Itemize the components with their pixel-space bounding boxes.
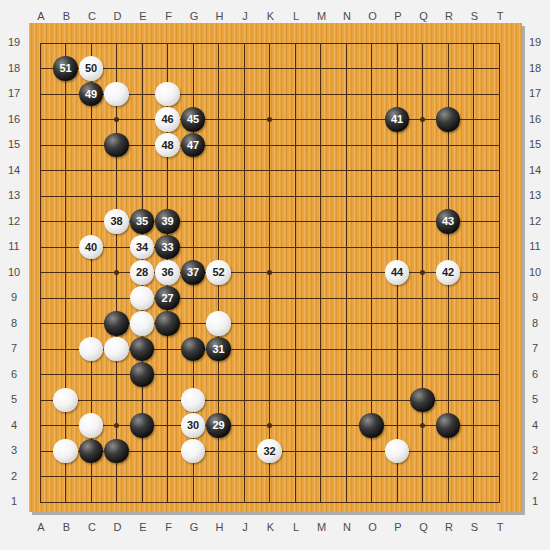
intersection-P15[interactable] [384,132,410,158]
intersection-R1[interactable] [435,489,461,515]
intersection-Q10[interactable] [410,260,436,286]
intersection-B3[interactable] [53,438,79,464]
intersection-K19[interactable] [257,30,283,56]
intersection-C13[interactable] [78,183,104,209]
intersection-L6[interactable] [282,362,308,388]
intersection-R11[interactable] [435,234,461,260]
intersection-N9[interactable] [333,285,359,311]
intersection-N2[interactable] [333,464,359,490]
intersection-M9[interactable] [308,285,334,311]
intersection-T3[interactable] [486,438,512,464]
intersection-F11[interactable]: 33 [155,234,181,260]
intersection-T2[interactable] [486,464,512,490]
intersection-K6[interactable] [257,362,283,388]
intersection-F5[interactable] [155,387,181,413]
intersection-D4[interactable] [104,413,130,439]
go-board[interactable]: 5150494645414847383539434034332836375244… [29,23,522,512]
intersection-Q15[interactable] [410,132,436,158]
intersection-H12[interactable] [206,209,232,235]
intersection-A12[interactable] [27,209,53,235]
intersection-F2[interactable] [155,464,181,490]
intersection-K15[interactable] [257,132,283,158]
intersection-E3[interactable] [129,438,155,464]
intersection-D18[interactable] [104,56,130,82]
intersection-J13[interactable] [231,183,257,209]
intersection-N3[interactable] [333,438,359,464]
intersection-Q11[interactable] [410,234,436,260]
intersection-D7[interactable] [104,336,130,362]
intersection-H15[interactable] [206,132,232,158]
intersection-M3[interactable] [308,438,334,464]
intersection-J8[interactable] [231,311,257,337]
intersection-J4[interactable] [231,413,257,439]
intersection-M19[interactable] [308,30,334,56]
intersection-O19[interactable] [359,30,385,56]
intersection-R15[interactable] [435,132,461,158]
intersection-G9[interactable] [180,285,206,311]
intersection-H3[interactable] [206,438,232,464]
intersection-L15[interactable] [282,132,308,158]
intersection-S6[interactable] [461,362,487,388]
intersection-H6[interactable] [206,362,232,388]
intersection-H4[interactable]: 29 [206,413,232,439]
intersection-R9[interactable] [435,285,461,311]
intersection-N8[interactable] [333,311,359,337]
intersection-B7[interactable] [53,336,79,362]
intersection-G7[interactable] [180,336,206,362]
intersection-T15[interactable] [486,132,512,158]
intersection-O1[interactable] [359,489,385,515]
intersection-T4[interactable] [486,413,512,439]
intersection-O15[interactable] [359,132,385,158]
intersection-O8[interactable] [359,311,385,337]
intersection-C8[interactable] [78,311,104,337]
intersection-F16[interactable]: 46 [155,107,181,133]
intersection-A15[interactable] [27,132,53,158]
intersection-E7[interactable] [129,336,155,362]
intersection-T5[interactable] [486,387,512,413]
intersection-O4[interactable] [359,413,385,439]
intersection-J19[interactable] [231,30,257,56]
intersection-A17[interactable] [27,81,53,107]
intersection-B13[interactable] [53,183,79,209]
intersection-A9[interactable] [27,285,53,311]
intersection-O13[interactable] [359,183,385,209]
intersection-O11[interactable] [359,234,385,260]
intersection-T8[interactable] [486,311,512,337]
intersection-T10[interactable] [486,260,512,286]
intersection-E12[interactable]: 35 [129,209,155,235]
intersection-H7[interactable]: 31 [206,336,232,362]
intersection-G17[interactable] [180,81,206,107]
intersection-T13[interactable] [486,183,512,209]
intersection-L14[interactable] [282,158,308,184]
intersection-L17[interactable] [282,81,308,107]
intersection-G10[interactable]: 37 [180,260,206,286]
intersection-P4[interactable] [384,413,410,439]
intersection-O3[interactable] [359,438,385,464]
intersection-L8[interactable] [282,311,308,337]
intersection-P13[interactable] [384,183,410,209]
intersection-D5[interactable] [104,387,130,413]
intersection-E5[interactable] [129,387,155,413]
intersection-M15[interactable] [308,132,334,158]
intersection-O7[interactable] [359,336,385,362]
intersection-L7[interactable] [282,336,308,362]
intersection-J1[interactable] [231,489,257,515]
intersection-Q18[interactable] [410,56,436,82]
intersection-Q19[interactable] [410,30,436,56]
intersection-Q5[interactable] [410,387,436,413]
intersection-F12[interactable]: 39 [155,209,181,235]
intersection-P7[interactable] [384,336,410,362]
intersection-L10[interactable] [282,260,308,286]
intersection-D6[interactable] [104,362,130,388]
intersection-P6[interactable] [384,362,410,388]
intersection-F8[interactable] [155,311,181,337]
intersection-Q9[interactable] [410,285,436,311]
intersection-P19[interactable] [384,30,410,56]
intersection-B14[interactable] [53,158,79,184]
intersection-O16[interactable] [359,107,385,133]
intersection-K1[interactable] [257,489,283,515]
intersection-E14[interactable] [129,158,155,184]
intersection-A10[interactable] [27,260,53,286]
intersection-J5[interactable] [231,387,257,413]
intersection-B16[interactable] [53,107,79,133]
intersection-H18[interactable] [206,56,232,82]
intersection-T9[interactable] [486,285,512,311]
intersection-M17[interactable] [308,81,334,107]
intersection-N4[interactable] [333,413,359,439]
intersection-R13[interactable] [435,183,461,209]
intersection-F1[interactable] [155,489,181,515]
intersection-K8[interactable] [257,311,283,337]
intersection-J18[interactable] [231,56,257,82]
intersection-L9[interactable] [282,285,308,311]
intersection-R5[interactable] [435,387,461,413]
intersection-B4[interactable] [53,413,79,439]
intersection-D12[interactable]: 38 [104,209,130,235]
intersection-J16[interactable] [231,107,257,133]
intersection-M10[interactable] [308,260,334,286]
intersection-M1[interactable] [308,489,334,515]
intersection-K9[interactable] [257,285,283,311]
intersection-P18[interactable] [384,56,410,82]
intersection-G11[interactable] [180,234,206,260]
intersection-C11[interactable]: 40 [78,234,104,260]
intersection-S12[interactable] [461,209,487,235]
intersection-C17[interactable]: 49 [78,81,104,107]
intersection-C3[interactable] [78,438,104,464]
intersection-D3[interactable] [104,438,130,464]
intersection-B19[interactable] [53,30,79,56]
intersection-Q6[interactable] [410,362,436,388]
intersection-C19[interactable] [78,30,104,56]
intersection-J7[interactable] [231,336,257,362]
intersection-D2[interactable] [104,464,130,490]
intersection-S5[interactable] [461,387,487,413]
intersection-E4[interactable] [129,413,155,439]
intersection-T12[interactable] [486,209,512,235]
intersection-Q1[interactable] [410,489,436,515]
intersection-S14[interactable] [461,158,487,184]
intersection-T7[interactable] [486,336,512,362]
intersection-C15[interactable] [78,132,104,158]
intersection-S10[interactable] [461,260,487,286]
intersection-D10[interactable] [104,260,130,286]
intersection-G16[interactable]: 45 [180,107,206,133]
intersection-P2[interactable] [384,464,410,490]
intersection-F9[interactable]: 27 [155,285,181,311]
intersection-P16[interactable]: 41 [384,107,410,133]
intersection-H5[interactable] [206,387,232,413]
intersection-F3[interactable] [155,438,181,464]
intersection-N15[interactable] [333,132,359,158]
intersection-D11[interactable] [104,234,130,260]
intersection-A7[interactable] [27,336,53,362]
intersection-B9[interactable] [53,285,79,311]
intersection-E10[interactable]: 28 [129,260,155,286]
intersection-F14[interactable] [155,158,181,184]
intersection-A16[interactable] [27,107,53,133]
intersection-E8[interactable] [129,311,155,337]
intersection-A4[interactable] [27,413,53,439]
intersection-L5[interactable] [282,387,308,413]
intersection-H8[interactable] [206,311,232,337]
intersection-A18[interactable] [27,56,53,82]
intersection-B15[interactable] [53,132,79,158]
intersection-B5[interactable] [53,387,79,413]
intersection-D17[interactable] [104,81,130,107]
intersection-S2[interactable] [461,464,487,490]
intersection-T14[interactable] [486,158,512,184]
intersection-B2[interactable] [53,464,79,490]
intersection-N7[interactable] [333,336,359,362]
intersection-F4[interactable] [155,413,181,439]
intersection-L3[interactable] [282,438,308,464]
intersection-B10[interactable] [53,260,79,286]
intersection-T1[interactable] [486,489,512,515]
intersection-G15[interactable]: 47 [180,132,206,158]
intersection-B12[interactable] [53,209,79,235]
intersection-N12[interactable] [333,209,359,235]
intersection-M4[interactable] [308,413,334,439]
intersection-N18[interactable] [333,56,359,82]
intersection-A14[interactable] [27,158,53,184]
intersection-J9[interactable] [231,285,257,311]
intersection-S17[interactable] [461,81,487,107]
intersection-O18[interactable] [359,56,385,82]
intersection-T16[interactable] [486,107,512,133]
intersection-R3[interactable] [435,438,461,464]
intersection-G12[interactable] [180,209,206,235]
intersection-J14[interactable] [231,158,257,184]
intersection-P10[interactable]: 44 [384,260,410,286]
intersection-O6[interactable] [359,362,385,388]
intersection-A19[interactable] [27,30,53,56]
intersection-H1[interactable] [206,489,232,515]
intersection-D15[interactable] [104,132,130,158]
intersection-E17[interactable] [129,81,155,107]
intersection-E15[interactable] [129,132,155,158]
intersection-R14[interactable] [435,158,461,184]
intersection-C18[interactable]: 50 [78,56,104,82]
intersection-A11[interactable] [27,234,53,260]
intersection-N19[interactable] [333,30,359,56]
intersection-G19[interactable] [180,30,206,56]
intersection-L19[interactable] [282,30,308,56]
intersection-A3[interactable] [27,438,53,464]
intersection-Q13[interactable] [410,183,436,209]
intersection-S15[interactable] [461,132,487,158]
intersection-K11[interactable] [257,234,283,260]
intersection-Q2[interactable] [410,464,436,490]
intersection-K4[interactable] [257,413,283,439]
intersection-S3[interactable] [461,438,487,464]
intersection-J2[interactable] [231,464,257,490]
intersection-H14[interactable] [206,158,232,184]
intersection-E2[interactable] [129,464,155,490]
intersection-H13[interactable] [206,183,232,209]
intersection-G13[interactable] [180,183,206,209]
intersection-O9[interactable] [359,285,385,311]
intersection-D16[interactable] [104,107,130,133]
intersection-K18[interactable] [257,56,283,82]
intersection-S16[interactable] [461,107,487,133]
intersection-M6[interactable] [308,362,334,388]
intersection-O10[interactable] [359,260,385,286]
intersection-J12[interactable] [231,209,257,235]
intersection-P5[interactable] [384,387,410,413]
intersection-R18[interactable] [435,56,461,82]
intersection-F10[interactable]: 36 [155,260,181,286]
intersection-S1[interactable] [461,489,487,515]
intersection-H17[interactable] [206,81,232,107]
intersection-L1[interactable] [282,489,308,515]
intersection-E19[interactable] [129,30,155,56]
intersection-P11[interactable] [384,234,410,260]
intersection-G6[interactable] [180,362,206,388]
intersection-C2[interactable] [78,464,104,490]
intersection-K16[interactable] [257,107,283,133]
intersection-R2[interactable] [435,464,461,490]
intersection-N5[interactable] [333,387,359,413]
intersection-L12[interactable] [282,209,308,235]
intersection-D13[interactable] [104,183,130,209]
intersection-K7[interactable] [257,336,283,362]
intersection-K13[interactable] [257,183,283,209]
intersection-K17[interactable] [257,81,283,107]
intersection-H16[interactable] [206,107,232,133]
intersection-C9[interactable] [78,285,104,311]
intersection-T19[interactable] [486,30,512,56]
intersection-Q12[interactable] [410,209,436,235]
intersection-N17[interactable] [333,81,359,107]
intersection-D8[interactable] [104,311,130,337]
intersection-F19[interactable] [155,30,181,56]
intersection-D19[interactable] [104,30,130,56]
intersection-T11[interactable] [486,234,512,260]
intersection-C6[interactable] [78,362,104,388]
intersection-R17[interactable] [435,81,461,107]
intersection-Q14[interactable] [410,158,436,184]
intersection-J6[interactable] [231,362,257,388]
intersection-R6[interactable] [435,362,461,388]
intersection-E16[interactable] [129,107,155,133]
intersection-E11[interactable]: 34 [129,234,155,260]
intersection-R12[interactable]: 43 [435,209,461,235]
intersection-C14[interactable] [78,158,104,184]
intersection-F17[interactable] [155,81,181,107]
intersection-H2[interactable] [206,464,232,490]
intersection-R8[interactable] [435,311,461,337]
intersection-R7[interactable] [435,336,461,362]
intersection-K3[interactable]: 32 [257,438,283,464]
intersection-M7[interactable] [308,336,334,362]
intersection-N13[interactable] [333,183,359,209]
intersection-Q7[interactable] [410,336,436,362]
intersection-J3[interactable] [231,438,257,464]
intersection-O2[interactable] [359,464,385,490]
intersection-T18[interactable] [486,56,512,82]
intersection-E6[interactable] [129,362,155,388]
intersection-M18[interactable] [308,56,334,82]
intersection-D1[interactable] [104,489,130,515]
intersection-T6[interactable] [486,362,512,388]
intersection-H9[interactable] [206,285,232,311]
intersection-O5[interactable] [359,387,385,413]
intersection-S4[interactable] [461,413,487,439]
intersection-A8[interactable] [27,311,53,337]
intersection-O17[interactable] [359,81,385,107]
intersection-G8[interactable] [180,311,206,337]
intersection-J17[interactable] [231,81,257,107]
intersection-J11[interactable] [231,234,257,260]
intersection-L16[interactable] [282,107,308,133]
intersection-P17[interactable] [384,81,410,107]
intersection-P12[interactable] [384,209,410,235]
intersection-O14[interactable] [359,158,385,184]
intersection-E13[interactable] [129,183,155,209]
intersection-H11[interactable] [206,234,232,260]
intersection-G3[interactable] [180,438,206,464]
intersection-G1[interactable] [180,489,206,515]
intersection-G5[interactable] [180,387,206,413]
intersection-C12[interactable] [78,209,104,235]
intersection-N11[interactable] [333,234,359,260]
intersection-O12[interactable] [359,209,385,235]
intersection-P1[interactable] [384,489,410,515]
intersection-K5[interactable] [257,387,283,413]
intersection-F6[interactable] [155,362,181,388]
intersection-N14[interactable] [333,158,359,184]
intersection-M16[interactable] [308,107,334,133]
intersection-Q17[interactable] [410,81,436,107]
intersection-Q16[interactable] [410,107,436,133]
intersection-L18[interactable] [282,56,308,82]
intersection-G4[interactable]: 30 [180,413,206,439]
intersection-A6[interactable] [27,362,53,388]
intersection-C4[interactable] [78,413,104,439]
intersection-R19[interactable] [435,30,461,56]
intersection-B18[interactable]: 51 [53,56,79,82]
intersection-Q4[interactable] [410,413,436,439]
intersection-N1[interactable] [333,489,359,515]
intersection-L13[interactable] [282,183,308,209]
intersection-Q8[interactable] [410,311,436,337]
intersection-A5[interactable] [27,387,53,413]
